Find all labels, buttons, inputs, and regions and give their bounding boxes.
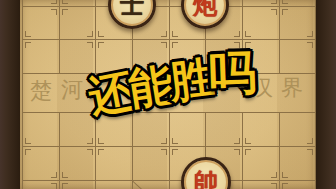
point-marker (282, 183, 288, 189)
point-marker (51, 183, 57, 189)
point-marker (271, 0, 277, 4)
point-marker (271, 9, 277, 15)
grid-line (132, 112, 133, 189)
point-marker (307, 42, 313, 48)
grid-line (22, 39, 316, 40)
point-marker (307, 138, 313, 144)
grid-line (22, 180, 316, 181)
point-marker (161, 42, 167, 48)
point-marker (51, 172, 57, 178)
grid-line (22, 146, 316, 147)
point-marker (62, 183, 68, 189)
point-marker (25, 149, 31, 155)
point-marker (51, 0, 57, 4)
river-label-jie: 界 (279, 75, 305, 101)
palace-diagonal (132, 180, 143, 189)
grid-line (279, 112, 280, 189)
point-marker (161, 149, 167, 155)
point-marker (25, 138, 31, 144)
point-marker (62, 9, 68, 15)
caption-char: 吗 (208, 41, 254, 105)
piece-red-cannon[interactable]: 炮 (181, 0, 229, 29)
point-marker (282, 9, 288, 15)
piece-red-general[interactable]: 帥 (181, 157, 231, 189)
grid-line (169, 112, 170, 189)
point-marker (87, 138, 93, 144)
point-marker (161, 138, 167, 144)
point-marker (25, 31, 31, 37)
grid-line (279, 0, 280, 73)
point-marker (98, 138, 104, 144)
game-screen: 楚 河 汉 界 士 炮 帥 还 能 胜 吗 (0, 0, 336, 189)
letterbox-left (0, 0, 20, 189)
point-marker (172, 138, 178, 144)
point-marker (245, 31, 251, 37)
point-marker (234, 31, 240, 37)
point-marker (307, 149, 313, 155)
red-general-glyph: 帥 (194, 170, 218, 189)
grid-line (22, 0, 23, 189)
point-marker (271, 172, 277, 178)
point-marker (172, 149, 178, 155)
point-marker (271, 183, 277, 189)
point-marker (161, 31, 167, 37)
river-label-he: 河 (59, 77, 85, 103)
point-marker (62, 0, 68, 4)
point-marker (234, 138, 240, 144)
caption-char: 胜 (166, 49, 214, 113)
point-marker (245, 149, 251, 155)
point-marker (87, 31, 93, 37)
letterbox-right (316, 0, 336, 189)
grid-line (59, 0, 60, 73)
point-marker (87, 149, 93, 155)
point-marker (234, 149, 240, 155)
point-marker (51, 9, 57, 15)
grid-line (242, 112, 243, 189)
grid-line (59, 112, 60, 189)
point-marker (172, 42, 178, 48)
grid-line (95, 0, 96, 73)
piece-black-advisor[interactable]: 士 (108, 0, 156, 29)
point-marker (87, 42, 93, 48)
black-advisor-glyph: 士 (120, 0, 144, 17)
point-marker (62, 172, 68, 178)
point-marker (307, 31, 313, 37)
red-cannon-glyph: 炮 (193, 0, 217, 17)
river-label-chu: 楚 (28, 78, 54, 104)
point-marker (282, 172, 288, 178)
point-marker (98, 42, 104, 48)
grid-line (22, 6, 316, 7)
point-marker (25, 42, 31, 48)
point-marker (98, 31, 104, 37)
point-marker (245, 138, 251, 144)
point-marker (172, 31, 178, 37)
point-marker (282, 0, 288, 4)
point-marker (98, 149, 104, 155)
